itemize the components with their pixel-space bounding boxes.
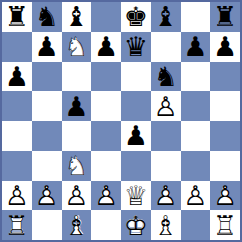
- square-e6[interactable]: [121, 62, 151, 92]
- square-f5[interactable]: ♟♙: [151, 91, 181, 121]
- chess-board: ♜♞♝♚♝♜♟♞♘♟♛♟♟♟♞♟♟♙♟♞♘♟♙♟♙♟♙♟♙♛♕♟♙♟♙♟♙♜♖♝…: [0, 0, 242, 242]
- square-a2[interactable]: ♟♙: [2, 181, 32, 211]
- white-rook-outline: ♖: [2, 210, 32, 240]
- black-pawn[interactable]: ♟: [210, 32, 240, 62]
- black-pawn[interactable]: ♟: [91, 32, 121, 62]
- black-rook[interactable]: ♜: [210, 2, 240, 32]
- square-e7[interactable]: ♛: [121, 32, 151, 62]
- square-g1[interactable]: [181, 210, 211, 240]
- white-pawn-outline: ♙: [210, 181, 240, 211]
- white-pawn[interactable]: ♟♙: [62, 181, 92, 211]
- square-c2[interactable]: ♟♙: [62, 181, 92, 211]
- square-g6[interactable]: [181, 62, 211, 92]
- black-queen[interactable]: ♛: [121, 32, 151, 62]
- square-a8[interactable]: ♜: [2, 2, 32, 32]
- square-f7[interactable]: [151, 32, 181, 62]
- square-e2[interactable]: ♛♕: [121, 181, 151, 211]
- square-b2[interactable]: ♟♙: [32, 181, 62, 211]
- square-h6[interactable]: [210, 62, 240, 92]
- black-bishop[interactable]: ♝: [62, 2, 92, 32]
- square-g5[interactable]: [181, 91, 211, 121]
- chess-board-container: ♜♞♝♚♝♜♟♞♘♟♛♟♟♟♞♟♟♙♟♞♘♟♙♟♙♟♙♟♙♛♕♟♙♟♙♟♙♜♖♝…: [0, 0, 242, 242]
- white-knight[interactable]: ♞♘: [62, 151, 92, 181]
- white-pawn-outline: ♙: [62, 181, 92, 211]
- square-d2[interactable]: ♟♙: [91, 181, 121, 211]
- white-bishop-outline: ♗: [151, 210, 181, 240]
- square-b4[interactable]: [32, 121, 62, 151]
- white-bishop-outline: ♗: [62, 210, 92, 240]
- square-g4[interactable]: [181, 121, 211, 151]
- white-pawn-outline: ♙: [151, 181, 181, 211]
- square-f4[interactable]: [151, 121, 181, 151]
- square-d7[interactable]: ♟: [91, 32, 121, 62]
- black-knight[interactable]: ♞: [32, 2, 62, 32]
- white-pawn[interactable]: ♟♙: [181, 181, 211, 211]
- white-knight[interactable]: ♞♘: [62, 32, 92, 62]
- square-g3[interactable]: [181, 151, 211, 181]
- square-a7[interactable]: [2, 32, 32, 62]
- square-d5[interactable]: [91, 91, 121, 121]
- square-b1[interactable]: [32, 210, 62, 240]
- square-d3[interactable]: [91, 151, 121, 181]
- square-a6[interactable]: ♟: [2, 62, 32, 92]
- white-pawn-outline: ♙: [32, 181, 62, 211]
- white-pawn-outline: ♙: [91, 181, 121, 211]
- square-b5[interactable]: [32, 91, 62, 121]
- square-f6[interactable]: ♞: [151, 62, 181, 92]
- white-rook[interactable]: ♜♖: [2, 210, 32, 240]
- square-d6[interactable]: [91, 62, 121, 92]
- white-pawn[interactable]: ♟♙: [32, 181, 62, 211]
- square-f3[interactable]: [151, 151, 181, 181]
- square-g7[interactable]: ♟: [181, 32, 211, 62]
- square-c5[interactable]: ♟: [62, 91, 92, 121]
- white-rook[interactable]: ♜♖: [210, 210, 240, 240]
- white-pawn[interactable]: ♟♙: [151, 91, 181, 121]
- white-king[interactable]: ♚♔: [121, 210, 151, 240]
- square-h3[interactable]: [210, 151, 240, 181]
- white-pawn[interactable]: ♟♙: [2, 181, 32, 211]
- square-h2[interactable]: ♟♙: [210, 181, 240, 211]
- square-e8[interactable]: ♚: [121, 2, 151, 32]
- black-rook[interactable]: ♜: [2, 2, 32, 32]
- square-e5[interactable]: [121, 91, 151, 121]
- square-h5[interactable]: [210, 91, 240, 121]
- square-d4[interactable]: [91, 121, 121, 151]
- square-e1[interactable]: ♚♔: [121, 210, 151, 240]
- white-knight-outline: ♘: [62, 32, 92, 62]
- white-pawn[interactable]: ♟♙: [151, 181, 181, 211]
- white-bishop[interactable]: ♝♗: [151, 210, 181, 240]
- square-d1[interactable]: [91, 210, 121, 240]
- square-g2[interactable]: ♟♙: [181, 181, 211, 211]
- square-c8[interactable]: ♝: [62, 2, 92, 32]
- square-a4[interactable]: [2, 121, 32, 151]
- black-pawn[interactable]: ♟: [2, 62, 32, 92]
- square-b3[interactable]: [32, 151, 62, 181]
- square-c4[interactable]: [62, 121, 92, 151]
- square-a1[interactable]: ♜♖: [2, 210, 32, 240]
- square-h8[interactable]: ♜: [210, 2, 240, 32]
- square-g8[interactable]: [181, 2, 211, 32]
- square-h7[interactable]: ♟: [210, 32, 240, 62]
- square-d8[interactable]: [91, 2, 121, 32]
- white-pawn-outline: ♙: [181, 181, 211, 211]
- black-pawn[interactable]: ♟: [181, 32, 211, 62]
- square-b6[interactable]: [32, 62, 62, 92]
- white-queen-outline: ♕: [121, 181, 151, 211]
- square-f1[interactable]: ♝♗: [151, 210, 181, 240]
- white-pawn-outline: ♙: [2, 181, 32, 211]
- square-a3[interactable]: [2, 151, 32, 181]
- white-queen[interactable]: ♛♕: [121, 181, 151, 211]
- square-c6[interactable]: [62, 62, 92, 92]
- square-h4[interactable]: [210, 121, 240, 151]
- square-b8[interactable]: ♞: [32, 2, 62, 32]
- white-knight-outline: ♘: [62, 151, 92, 181]
- black-pawn[interactable]: ♟: [32, 32, 62, 62]
- white-bishop[interactable]: ♝♗: [62, 210, 92, 240]
- square-e3[interactable]: [121, 151, 151, 181]
- white-rook-outline: ♖: [210, 210, 240, 240]
- square-c1[interactable]: ♝♗: [62, 210, 92, 240]
- square-c7[interactable]: ♞♘: [62, 32, 92, 62]
- square-e4[interactable]: ♟: [121, 121, 151, 151]
- black-king[interactable]: ♚: [121, 2, 151, 32]
- square-h1[interactable]: ♜♖: [210, 210, 240, 240]
- black-bishop[interactable]: ♝: [151, 2, 181, 32]
- square-b7[interactable]: ♟: [32, 32, 62, 62]
- white-pawn[interactable]: ♟♙: [210, 181, 240, 211]
- white-pawn[interactable]: ♟♙: [91, 181, 121, 211]
- white-king-outline: ♔: [121, 210, 151, 240]
- black-pawn[interactable]: ♟: [62, 91, 92, 121]
- black-knight[interactable]: ♞: [151, 62, 181, 92]
- square-f8[interactable]: ♝: [151, 2, 181, 32]
- white-pawn-outline: ♙: [151, 91, 181, 121]
- black-pawn[interactable]: ♟: [121, 121, 151, 151]
- square-a5[interactable]: [2, 91, 32, 121]
- square-c3[interactable]: ♞♘: [62, 151, 92, 181]
- square-f2[interactable]: ♟♙: [151, 181, 181, 211]
